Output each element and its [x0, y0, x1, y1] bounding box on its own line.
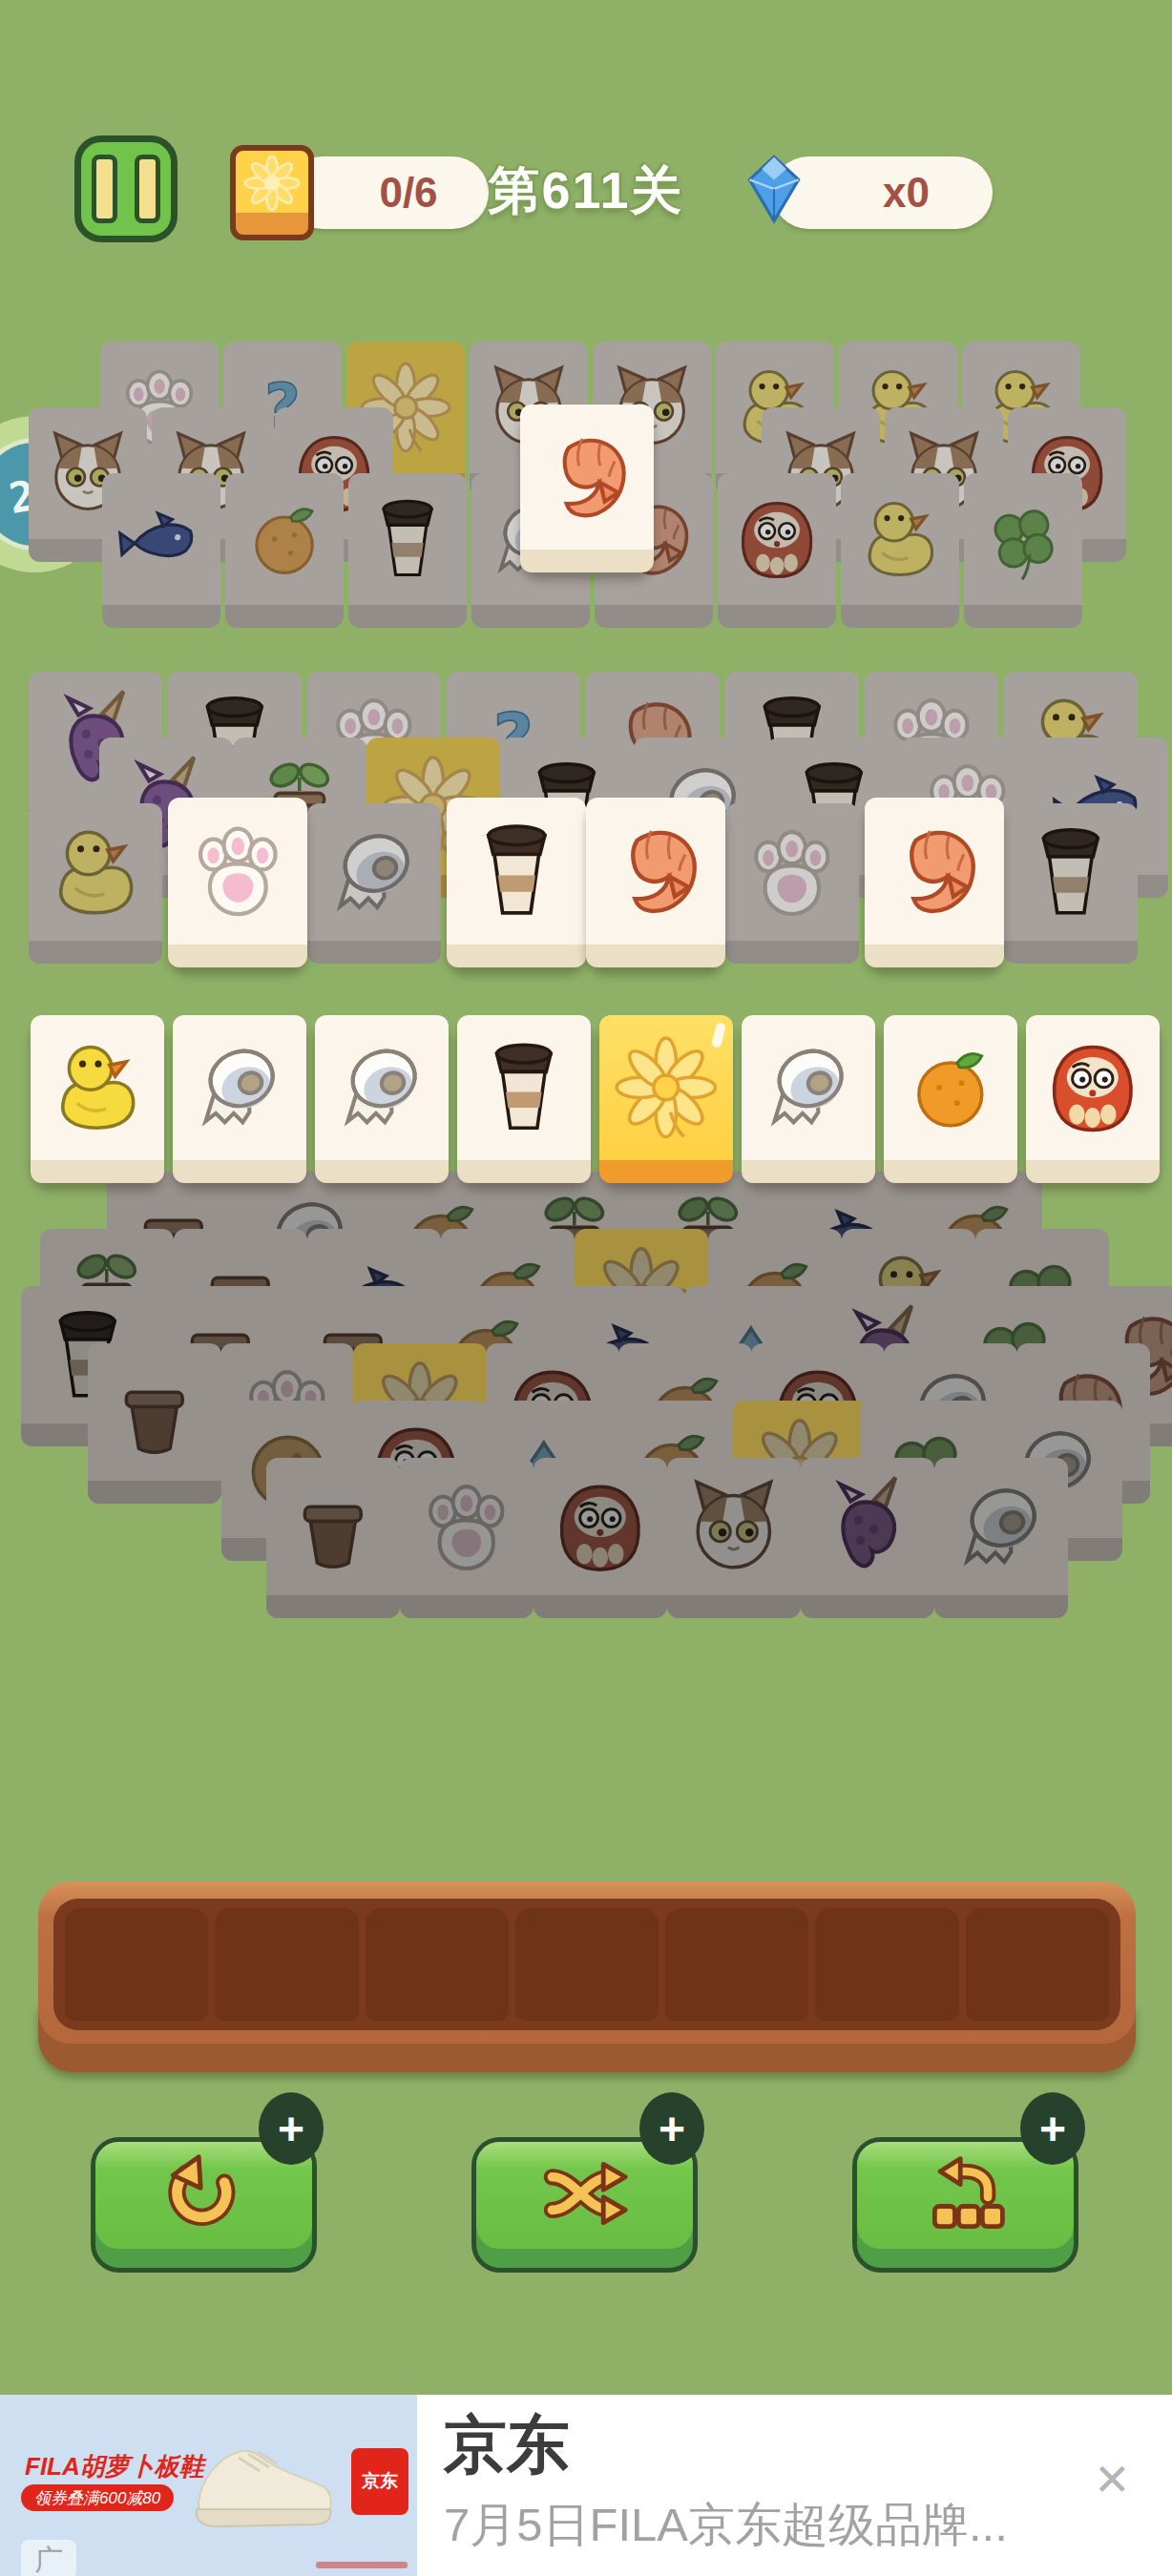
duck-icon — [850, 484, 950, 594]
diamond-icon — [736, 141, 812, 237]
tile-coffee — [348, 473, 467, 628]
tile-toilet[interactable] — [742, 1015, 875, 1183]
shuffle-plus-badge[interactable]: + — [639, 2092, 704, 2165]
tile-toilet[interactable] — [315, 1015, 449, 1183]
orange-icon — [235, 484, 334, 594]
tile-coffee[interactable] — [457, 1015, 591, 1183]
toilet-icon — [183, 1027, 296, 1149]
tile-pot — [88, 1343, 221, 1504]
tile-pot — [266, 1458, 400, 1618]
clover-icon — [973, 484, 1073, 594]
tile-coffee — [1004, 803, 1138, 964]
flower-goal-icon — [230, 145, 314, 240]
tile-duck — [841, 473, 959, 628]
daruma-icon — [727, 484, 827, 594]
tile-flower[interactable] — [599, 1015, 733, 1183]
coffee-icon — [458, 809, 576, 932]
gem-icon — [736, 141, 812, 237]
tile-clover — [964, 473, 1082, 628]
ad-watermark: 广 — [21, 2540, 76, 2576]
takeout-plus-badge[interactable]: + — [1020, 2092, 1085, 2165]
flower-icon — [610, 1027, 722, 1149]
tile-orange — [225, 473, 344, 628]
tile-cat — [667, 1458, 801, 1618]
shrimp-icon — [597, 809, 715, 932]
collect-tray — [38, 1881, 1136, 2044]
undo-plus-badge[interactable]: + — [259, 2092, 324, 2165]
tray-slot-3 — [366, 1908, 509, 2021]
shrimp-icon — [531, 416, 643, 538]
paw-icon — [736, 815, 848, 930]
cat-icon — [678, 1469, 790, 1585]
tray-slot-7 — [966, 1908, 1109, 2021]
tile-orange[interactable] — [884, 1015, 1017, 1183]
coffee-icon — [468, 1027, 580, 1149]
tray-slot-2 — [215, 1908, 358, 2021]
tile-duck — [29, 803, 162, 964]
orange-icon — [894, 1027, 1007, 1149]
coffee-icon — [358, 484, 457, 594]
tray-slot-5 — [665, 1908, 808, 2021]
takeout-button[interactable]: + — [852, 2137, 1078, 2273]
tile-coffee[interactable] — [447, 798, 586, 967]
tile-daruma — [718, 473, 836, 628]
tile-duck[interactable] — [31, 1015, 164, 1183]
tile-shrimp[interactable] — [865, 798, 1004, 967]
duck-icon — [39, 815, 152, 930]
fish-icon — [112, 484, 211, 594]
tile-daruma — [534, 1458, 667, 1618]
ad-banner[interactable]: FILA胡萝卜板鞋 领券叠满600减80 京东 广 京东 7月5日FILA京东超… — [0, 2395, 1172, 2576]
tile-shrimp[interactable] — [520, 405, 654, 572]
tile-squid — [801, 1458, 934, 1618]
sneaker-image — [179, 2429, 342, 2547]
squid-icon — [811, 1469, 924, 1585]
tray-slots — [53, 1899, 1120, 2030]
tile-paw — [725, 803, 859, 964]
tile-paw[interactable] — [168, 798, 307, 967]
tile-toilet[interactable] — [173, 1015, 306, 1183]
ad-close-icon[interactable]: ✕ — [1094, 2454, 1131, 2505]
ad-creative-title: FILA胡萝卜板鞋 — [25, 2450, 204, 2483]
duck-icon — [41, 1027, 154, 1149]
toilet-icon — [945, 1469, 1057, 1585]
tile-paw — [400, 1458, 534, 1618]
toilet-icon — [318, 815, 430, 930]
tile-fish — [102, 473, 220, 628]
ad-headline: 7月5日FILA京东超级品牌... — [444, 2494, 1074, 2557]
tray-slot-1 — [65, 1908, 208, 2021]
tile-shrimp[interactable] — [586, 798, 725, 967]
coffee-icon — [1015, 815, 1127, 930]
daruma-icon — [544, 1469, 657, 1585]
jd-logo-badge: 京东 — [351, 2448, 408, 2515]
ad-coupon-pill: 领券叠满600减80 — [21, 2484, 174, 2511]
tray-slot-4 — [515, 1908, 659, 2021]
toilet-icon — [325, 1027, 438, 1149]
pot-icon — [98, 1355, 211, 1470]
tray-slot-6 — [815, 1908, 958, 2021]
pot-icon — [277, 1469, 389, 1585]
paw-icon — [179, 809, 297, 932]
ad-creative-image[interactable]: FILA胡萝卜板鞋 领券叠满600减80 京东 广 — [0, 2395, 417, 2576]
shrimp-icon — [876, 809, 994, 932]
undo-button[interactable]: + — [91, 2137, 317, 2273]
ad-fineprint — [316, 2562, 408, 2568]
tile-daruma[interactable] — [1026, 1015, 1160, 1183]
paw-icon — [410, 1469, 523, 1585]
flower-icon — [241, 153, 303, 214]
ad-brand-title: 京东 — [444, 2402, 570, 2488]
toilet-icon — [752, 1027, 865, 1149]
daruma-icon — [1036, 1027, 1149, 1149]
tile-toilet — [307, 803, 441, 964]
shuffle-button[interactable]: + — [471, 2137, 698, 2273]
tile-toilet — [934, 1458, 1068, 1618]
